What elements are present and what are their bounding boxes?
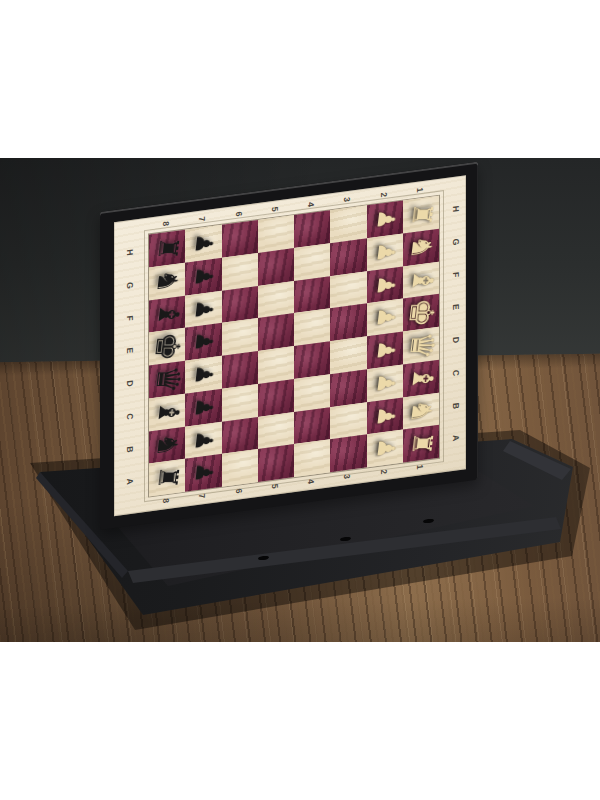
square-c4[interactable] xyxy=(294,374,330,412)
file-label: H xyxy=(440,196,473,222)
piece-white-knight[interactable]: ♞ xyxy=(403,393,440,430)
square-g4[interactable] xyxy=(294,243,330,281)
piece-white-pawn[interactable]: ♟ xyxy=(367,234,404,271)
piece-white-pawn[interactable]: ♟ xyxy=(367,299,404,336)
square-g5[interactable] xyxy=(258,248,294,286)
file-label: F xyxy=(114,305,147,331)
piece-black-pawn[interactable]: ♟ xyxy=(186,225,223,262)
square-a8[interactable]: ♜ xyxy=(149,459,185,497)
square-b3[interactable] xyxy=(330,402,366,440)
square-g8[interactable]: ♞ xyxy=(149,262,185,300)
file-label: E xyxy=(114,337,147,363)
piece-black-bishop[interactable]: ♝ xyxy=(150,394,187,431)
square-h2[interactable]: ♟ xyxy=(367,201,403,239)
square-e5[interactable] xyxy=(258,313,294,351)
piece-white-pawn[interactable]: ♟ xyxy=(367,365,404,402)
square-f6[interactable] xyxy=(222,285,258,323)
piece-black-pawn[interactable]: ♟ xyxy=(186,389,223,426)
square-e1[interactable]: ♚ xyxy=(403,294,439,332)
square-e3[interactable] xyxy=(330,304,366,342)
square-h7[interactable]: ♟ xyxy=(185,225,221,263)
file-label: H xyxy=(114,239,147,265)
square-e2[interactable]: ♟ xyxy=(367,299,403,337)
piece-black-pawn[interactable]: ♟ xyxy=(186,323,223,360)
file-label: G xyxy=(440,228,473,254)
piece-white-knight[interactable]: ♞ xyxy=(403,229,440,266)
piece-black-king[interactable]: ♚ xyxy=(150,328,187,365)
square-b6[interactable] xyxy=(222,416,258,454)
square-d7[interactable]: ♟ xyxy=(185,356,221,394)
square-c8[interactable]: ♝ xyxy=(149,393,185,431)
square-h4[interactable] xyxy=(294,210,330,248)
square-g6[interactable] xyxy=(222,253,258,291)
square-a6[interactable] xyxy=(222,449,258,487)
file-label: F xyxy=(440,261,473,287)
piece-white-king[interactable]: ♚ xyxy=(403,294,440,331)
square-a2[interactable]: ♟ xyxy=(367,430,403,468)
file-label: C xyxy=(440,359,473,385)
file-label: B xyxy=(114,436,147,462)
square-d2[interactable]: ♟ xyxy=(367,332,403,370)
square-h1[interactable]: ♜ xyxy=(403,196,439,234)
chess-board: 87654321 87654321 HGFEDCBA HGFEDCBA ♜♟♟♜… xyxy=(100,162,478,530)
piece-black-pawn[interactable]: ♟ xyxy=(186,258,223,295)
file-label: D xyxy=(440,327,473,353)
square-b5[interactable] xyxy=(258,412,294,450)
piece-white-pawn[interactable]: ♟ xyxy=(367,332,404,369)
piece-white-pawn[interactable]: ♟ xyxy=(367,397,404,434)
square-h5[interactable] xyxy=(258,215,294,253)
piece-black-pawn[interactable]: ♟ xyxy=(186,454,223,491)
piece-black-pawn[interactable]: ♟ xyxy=(186,356,223,393)
square-e6[interactable] xyxy=(222,318,258,356)
piece-white-bishop[interactable]: ♝ xyxy=(403,262,440,299)
file-label: E xyxy=(440,294,473,320)
square-g1[interactable]: ♞ xyxy=(403,229,439,267)
file-label: A xyxy=(114,468,147,494)
board-face: 87654321 87654321 HGFEDCBA HGFEDCBA ♜♟♟♜… xyxy=(114,175,466,516)
piece-white-bishop[interactable]: ♝ xyxy=(403,360,440,397)
board-grid: ♜♟♟♜♞♟♟♞♝♟♟♝♚♟♟♚♛♟♟♛♝♟♟♝♞♟♟♞♜♟♟♜ xyxy=(148,195,440,498)
square-a7[interactable]: ♟ xyxy=(185,454,221,492)
square-a3[interactable] xyxy=(330,435,366,473)
piece-black-pawn[interactable]: ♟ xyxy=(186,291,223,328)
square-d3[interactable] xyxy=(330,336,366,374)
square-e4[interactable] xyxy=(294,309,330,347)
square-f4[interactable] xyxy=(294,276,330,314)
square-c6[interactable] xyxy=(222,384,258,422)
square-h8[interactable]: ♜ xyxy=(149,230,185,268)
piece-black-bishop[interactable]: ♝ xyxy=(150,295,187,332)
square-g7[interactable]: ♟ xyxy=(185,258,221,296)
square-f3[interactable] xyxy=(330,271,366,309)
piece-black-pawn[interactable]: ♟ xyxy=(186,422,223,459)
square-d1[interactable]: ♛ xyxy=(403,327,439,365)
piece-black-rook[interactable]: ♜ xyxy=(150,230,187,267)
file-label: C xyxy=(114,403,147,429)
square-d4[interactable] xyxy=(294,341,330,379)
square-h6[interactable] xyxy=(222,220,258,258)
file-label: G xyxy=(114,272,147,298)
piece-black-rook[interactable]: ♜ xyxy=(150,459,187,496)
square-e8[interactable]: ♚ xyxy=(149,328,185,366)
square-d6[interactable] xyxy=(222,351,258,389)
square-b4[interactable] xyxy=(294,407,330,445)
square-c1[interactable]: ♝ xyxy=(403,360,439,398)
photo: 87654321 87654321 HGFEDCBA HGFEDCBA ♜♟♟♜… xyxy=(0,158,600,642)
file-label: D xyxy=(114,370,147,396)
piece-black-knight[interactable]: ♞ xyxy=(150,263,187,300)
square-c3[interactable] xyxy=(330,369,366,407)
labels-right: HGFEDCBA xyxy=(445,191,467,456)
piece-white-pawn[interactable]: ♟ xyxy=(367,430,404,467)
piece-white-pawn[interactable]: ♟ xyxy=(367,266,404,303)
square-c2[interactable]: ♟ xyxy=(367,364,403,402)
square-g2[interactable]: ♟ xyxy=(367,233,403,271)
square-a1[interactable]: ♜ xyxy=(403,425,439,463)
square-f5[interactable] xyxy=(258,281,294,319)
square-d5[interactable] xyxy=(258,346,294,384)
screenshot: 87654321 87654321 HGFEDCBA HGFEDCBA ♜♟♟♜… xyxy=(0,0,600,800)
piece-white-rook[interactable]: ♜ xyxy=(403,425,440,462)
file-label: B xyxy=(440,392,473,418)
piece-white-pawn[interactable]: ♟ xyxy=(367,201,404,238)
square-d8[interactable]: ♛ xyxy=(149,361,185,399)
square-g3[interactable] xyxy=(330,238,366,276)
file-label: A xyxy=(440,425,473,451)
piece-white-rook[interactable]: ♜ xyxy=(403,196,440,233)
piece-white-queen[interactable]: ♛ xyxy=(403,327,440,364)
piece-black-queen[interactable]: ♛ xyxy=(150,361,187,398)
square-a5[interactable] xyxy=(258,444,294,482)
square-c5[interactable] xyxy=(258,379,294,417)
square-c7[interactable]: ♟ xyxy=(185,389,221,427)
labels-left: HGFEDCBA xyxy=(119,235,141,500)
square-a4[interactable] xyxy=(294,440,330,478)
square-h3[interactable] xyxy=(330,205,366,243)
piece-black-knight[interactable]: ♞ xyxy=(150,426,187,463)
square-e7[interactable]: ♟ xyxy=(185,323,221,361)
